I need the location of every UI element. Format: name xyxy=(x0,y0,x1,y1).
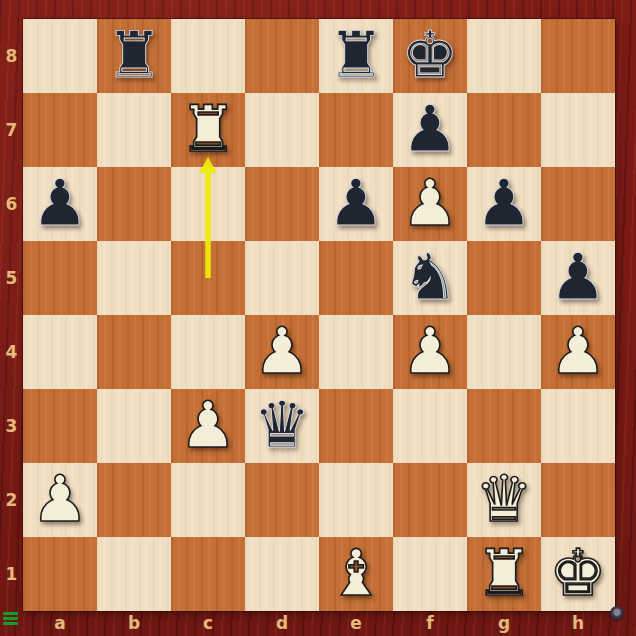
square-b6[interactable] xyxy=(97,167,171,241)
square-c6[interactable] xyxy=(171,167,245,241)
square-h1[interactable]: ♚ xyxy=(541,537,615,611)
black-pawn-a6[interactable]: ♟ xyxy=(23,167,97,241)
white-pawn-d4[interactable]: ♟ xyxy=(245,315,319,389)
white-rook-g1[interactable]: ♜ xyxy=(467,537,541,611)
square-g1[interactable]: ♜ xyxy=(467,537,541,611)
square-f1[interactable] xyxy=(393,537,467,611)
rank-label-8: 8 xyxy=(0,19,23,93)
square-g2[interactable]: ♛ xyxy=(467,463,541,537)
file-label-c: c xyxy=(171,611,245,635)
square-f5[interactable]: ♞ xyxy=(393,241,467,315)
rank-label-2: 2 xyxy=(0,463,23,537)
white-pawn-f4[interactable]: ♟ xyxy=(393,315,467,389)
white-king-h1[interactable]: ♚ xyxy=(541,537,615,611)
square-a7[interactable] xyxy=(23,93,97,167)
file-label-e: e xyxy=(319,611,393,635)
square-b7[interactable] xyxy=(97,93,171,167)
black-pawn-g6[interactable]: ♟ xyxy=(467,167,541,241)
rank-label-6: 6 xyxy=(0,167,23,241)
square-d4[interactable]: ♟ xyxy=(245,315,319,389)
rank-label-5: 5 xyxy=(0,241,23,315)
square-b8[interactable]: ♜ xyxy=(97,19,171,93)
square-h2[interactable] xyxy=(541,463,615,537)
square-d8[interactable] xyxy=(245,19,319,93)
square-b3[interactable] xyxy=(97,389,171,463)
hamburger-menu-icon[interactable] xyxy=(3,612,18,625)
square-e5[interactable] xyxy=(319,241,393,315)
black-king-f8[interactable]: ♚ xyxy=(393,19,467,93)
white-pawn-h4[interactable]: ♟ xyxy=(541,315,615,389)
square-h5[interactable]: ♟ xyxy=(541,241,615,315)
square-g6[interactable]: ♟ xyxy=(467,167,541,241)
square-e4[interactable] xyxy=(319,315,393,389)
black-rook-b8[interactable]: ♜ xyxy=(97,19,171,93)
square-d7[interactable] xyxy=(245,93,319,167)
rank-label-7: 7 xyxy=(0,93,23,167)
black-pawn-h5[interactable]: ♟ xyxy=(541,241,615,315)
square-c3[interactable]: ♟ xyxy=(171,389,245,463)
white-pawn-c3[interactable]: ♟ xyxy=(171,389,245,463)
square-g4[interactable] xyxy=(467,315,541,389)
black-pawn-f7[interactable]: ♟ xyxy=(393,93,467,167)
square-c2[interactable] xyxy=(171,463,245,537)
square-c4[interactable] xyxy=(171,315,245,389)
square-a1[interactable] xyxy=(23,537,97,611)
square-h7[interactable] xyxy=(541,93,615,167)
square-e7[interactable] xyxy=(319,93,393,167)
black-queen-d3[interactable]: ♛ xyxy=(245,389,319,463)
square-c1[interactable] xyxy=(171,537,245,611)
rank-label-1: 1 xyxy=(0,537,23,611)
square-f6[interactable]: ♟ xyxy=(393,167,467,241)
square-a8[interactable] xyxy=(23,19,97,93)
file-label-b: b xyxy=(97,611,171,635)
white-bishop-e1[interactable]: ♝ xyxy=(319,537,393,611)
square-b5[interactable] xyxy=(97,241,171,315)
white-pawn-f6[interactable]: ♟ xyxy=(393,167,467,241)
white-queen-g2[interactable]: ♛ xyxy=(467,463,541,537)
square-f4[interactable]: ♟ xyxy=(393,315,467,389)
square-a5[interactable] xyxy=(23,241,97,315)
square-a3[interactable] xyxy=(23,389,97,463)
white-rook-c7[interactable]: ♜ xyxy=(171,93,245,167)
chess-board: ♜♜♚♜♟♟♟♟♟♞♟♟♟♟♟♛♟♛♝♜♚ xyxy=(23,19,615,611)
square-e2[interactable] xyxy=(319,463,393,537)
square-h4[interactable]: ♟ xyxy=(541,315,615,389)
square-d1[interactable] xyxy=(245,537,319,611)
square-h3[interactable] xyxy=(541,389,615,463)
square-e6[interactable]: ♟ xyxy=(319,167,393,241)
square-g8[interactable] xyxy=(467,19,541,93)
square-e3[interactable] xyxy=(319,389,393,463)
square-g3[interactable] xyxy=(467,389,541,463)
white-pawn-a2[interactable]: ♟ xyxy=(23,463,97,537)
square-a6[interactable]: ♟ xyxy=(23,167,97,241)
black-knight-f5[interactable]: ♞ xyxy=(393,241,467,315)
square-b1[interactable] xyxy=(97,537,171,611)
black-pawn-e6[interactable]: ♟ xyxy=(319,167,393,241)
square-e8[interactable]: ♜ xyxy=(319,19,393,93)
square-h8[interactable] xyxy=(541,19,615,93)
square-g5[interactable] xyxy=(467,241,541,315)
square-a2[interactable]: ♟ xyxy=(23,463,97,537)
square-b4[interactable] xyxy=(97,315,171,389)
square-d5[interactable] xyxy=(245,241,319,315)
file-label-a: a xyxy=(23,611,97,635)
square-f7[interactable]: ♟ xyxy=(393,93,467,167)
square-f2[interactable] xyxy=(393,463,467,537)
file-label-f: f xyxy=(393,611,467,635)
rank-label-4: 4 xyxy=(0,315,23,389)
square-e1[interactable]: ♝ xyxy=(319,537,393,611)
file-label-d: d xyxy=(245,611,319,635)
square-g7[interactable] xyxy=(467,93,541,167)
square-f3[interactable] xyxy=(393,389,467,463)
square-c5[interactable] xyxy=(171,241,245,315)
square-f8[interactable]: ♚ xyxy=(393,19,467,93)
square-h6[interactable] xyxy=(541,167,615,241)
square-d3[interactable]: ♛ xyxy=(245,389,319,463)
square-b2[interactable] xyxy=(97,463,171,537)
square-c7[interactable]: ♜ xyxy=(171,93,245,167)
board-frame: ♜♜♚♜♟♟♟♟♟♞♟♟♟♟♟♛♟♛♝♜♚ 87654321 abcdefgh xyxy=(0,0,636,636)
file-label-g: g xyxy=(467,611,541,635)
rank-label-3: 3 xyxy=(0,389,23,463)
screw-icon xyxy=(610,606,624,620)
square-d6[interactable] xyxy=(245,167,319,241)
square-a4[interactable] xyxy=(23,315,97,389)
square-c8[interactable] xyxy=(171,19,245,93)
file-label-h: h xyxy=(541,611,615,635)
square-d2[interactable] xyxy=(245,463,319,537)
black-rook-e8[interactable]: ♜ xyxy=(319,19,393,93)
